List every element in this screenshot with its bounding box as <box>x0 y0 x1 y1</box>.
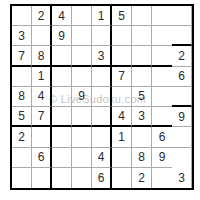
cell-r7c9[interactable] <box>172 127 192 147</box>
cell-r8c5: 4 <box>92 148 112 168</box>
cell-r9c2[interactable] <box>32 168 52 188</box>
cell-r9c5: 6 <box>92 168 112 188</box>
cell-r4c4[interactable] <box>72 67 92 87</box>
cell-r6c9: 9 <box>172 107 192 127</box>
cell-r8c4[interactable] <box>72 148 92 168</box>
cell-r1c9[interactable] <box>172 6 192 26</box>
cell-r6c8[interactable] <box>152 107 172 127</box>
cell-r2c3: 9 <box>52 26 72 46</box>
cell-r4c8[interactable] <box>152 67 172 87</box>
cell-r5c5[interactable] <box>92 87 112 107</box>
cell-r3c2: 8 <box>32 46 52 66</box>
cell-r1c4[interactable] <box>72 6 92 26</box>
cell-r2c1: 3 <box>12 26 32 46</box>
sudoku-page: © LiveSudoku.com 2 4 1 5 3 9 7 8 3 2 1 7 <box>0 0 200 200</box>
cell-r7c8: 6 <box>152 127 172 147</box>
cell-r8c3[interactable] <box>52 148 72 168</box>
cell-r2c4[interactable] <box>72 26 92 46</box>
cell-r3c9: 2 <box>172 46 192 66</box>
cell-r1c7[interactable] <box>132 6 152 26</box>
cell-r3c6[interactable] <box>112 46 132 66</box>
cell-r4c1[interactable] <box>12 67 32 87</box>
cell-r9c8[interactable] <box>152 168 172 188</box>
cell-r6c5[interactable] <box>92 107 112 127</box>
cell-r1c6: 5 <box>112 6 132 26</box>
cell-r8c2: 6 <box>32 148 52 168</box>
cell-r7c5[interactable] <box>92 127 112 147</box>
cell-r8c8: 9 <box>152 148 172 168</box>
cell-r6c2: 7 <box>32 107 52 127</box>
cell-r2c8[interactable] <box>152 26 172 46</box>
cell-r4c3[interactable] <box>52 67 72 87</box>
cell-r3c3[interactable] <box>52 46 72 66</box>
cell-r4c9: 6 <box>172 67 192 87</box>
cell-r4c5[interactable] <box>92 67 112 87</box>
cell-r9c3[interactable] <box>52 168 72 188</box>
cell-r3c4[interactable] <box>72 46 92 66</box>
cell-r9c6[interactable] <box>112 168 132 188</box>
cell-r1c5: 1 <box>92 6 112 26</box>
cell-r3c1: 7 <box>12 46 32 66</box>
cell-r2c6[interactable] <box>112 26 132 46</box>
cell-r5c1: 8 <box>12 87 32 107</box>
cell-r6c7: 3 <box>132 107 152 127</box>
cell-r3c7[interactable] <box>132 46 152 66</box>
cell-r5c2: 4 <box>32 87 52 107</box>
cell-r7c3[interactable] <box>52 127 72 147</box>
cell-r5c9[interactable] <box>172 87 192 107</box>
cell-r4c6: 7 <box>112 67 132 87</box>
cell-r5c4: 9 <box>72 87 92 107</box>
cell-r6c4[interactable] <box>72 107 92 127</box>
cell-r1c3: 4 <box>52 6 72 26</box>
cell-r8c6[interactable] <box>112 148 132 168</box>
cell-r6c3[interactable] <box>52 107 72 127</box>
cell-r7c4[interactable] <box>72 127 92 147</box>
cell-r5c3[interactable] <box>52 87 72 107</box>
cell-r7c2[interactable] <box>32 127 52 147</box>
cell-r8c9[interactable] <box>172 148 192 168</box>
cell-r7c1: 2 <box>12 127 32 147</box>
cell-r2c7[interactable] <box>132 26 152 46</box>
cell-r5c7: 5 <box>132 87 152 107</box>
sudoku-board: © LiveSudoku.com 2 4 1 5 3 9 7 8 3 2 1 7 <box>10 4 194 190</box>
cell-r1c2: 2 <box>32 6 52 26</box>
cell-r9c4[interactable] <box>72 168 92 188</box>
cell-r6c6: 4 <box>112 107 132 127</box>
cell-r2c5[interactable] <box>92 26 112 46</box>
cell-r2c2[interactable] <box>32 26 52 46</box>
cell-r3c5: 3 <box>92 46 112 66</box>
cell-r1c8[interactable] <box>152 6 172 26</box>
cell-r5c8[interactable] <box>152 87 172 107</box>
cell-r3c8[interactable] <box>152 46 172 66</box>
cell-r1c1[interactable] <box>12 6 32 26</box>
cell-r7c7[interactable] <box>132 127 152 147</box>
cell-r9c9: 3 <box>172 168 192 188</box>
cell-r8c7: 8 <box>132 148 152 168</box>
cell-r5c6[interactable] <box>112 87 132 107</box>
cell-r2c9[interactable] <box>172 26 192 46</box>
cell-r6c1: 5 <box>12 107 32 127</box>
cell-r4c2: 1 <box>32 67 52 87</box>
cell-r4c7[interactable] <box>132 67 152 87</box>
cell-r8c1[interactable] <box>12 148 32 168</box>
cell-r7c6: 1 <box>112 127 132 147</box>
cell-r9c7: 2 <box>132 168 152 188</box>
cell-r9c1[interactable] <box>12 168 32 188</box>
